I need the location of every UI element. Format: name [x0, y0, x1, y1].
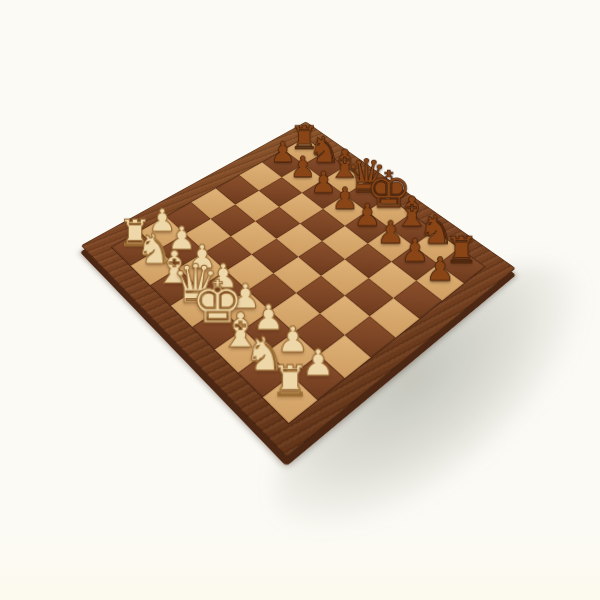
white-rook[interactable]: ♜ — [253, 359, 328, 402]
black-pawn[interactable]: ♟ — [407, 252, 472, 285]
board-frame: ♜♞♝♛♚♝♞♜♟♟♟♟♟♟♟♟♟♟♟♟♟♟♟♟♜♞♝♛♚♝♞♜ — [81, 122, 516, 458]
square-h1[interactable]: ♜ — [263, 376, 318, 423]
square-h7[interactable]: ♟ — [416, 264, 464, 300]
photo-backdrop: ♜♞♝♛♚♝♞♜♟♟♟♟♟♟♟♟♟♟♟♟♟♟♟♟♜♞♝♛♚♝♞♜ — [0, 0, 600, 600]
square-h6[interactable] — [393, 281, 442, 319]
board-grid: ♜♞♝♛♚♝♞♜♟♟♟♟♟♟♟♟♟♟♟♟♟♟♟♟♜♞♝♛♚♝♞♜ — [112, 138, 485, 423]
camera-tilt: ♜♞♝♛♚♝♞♜♟♟♟♟♟♟♟♟♟♟♟♟♟♟♟♟♜♞♝♛♚♝♞♜ — [0, 0, 600, 600]
perspective-scene: ♜♞♝♛♚♝♞♜♟♟♟♟♟♟♟♟♟♟♟♟♟♟♟♟♜♞♝♛♚♝♞♜ — [0, 0, 600, 600]
chessboard: ♜♞♝♛♚♝♞♜♟♟♟♟♟♟♟♟♟♟♟♟♟♟♟♟♜♞♝♛♚♝♞♜ — [81, 122, 516, 458]
